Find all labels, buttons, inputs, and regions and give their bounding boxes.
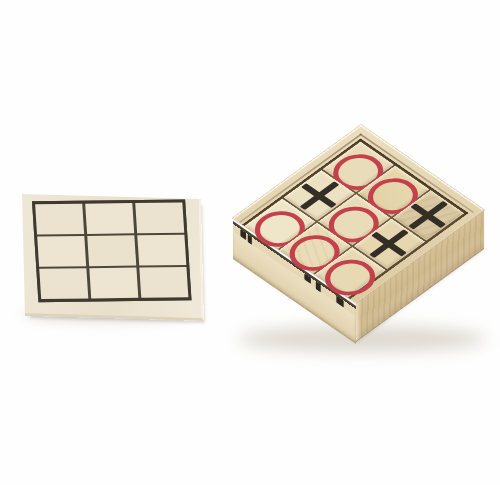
lid-cell-r1c1[interactable]	[87, 236, 136, 267]
cube-side-symbol-fragment	[304, 273, 311, 284]
lid-cell-r2c2[interactable]	[139, 267, 188, 298]
lid-cell-r2c1[interactable]	[89, 268, 138, 299]
lid-cell-r2c0[interactable]	[39, 269, 88, 300]
lid-cell-r0c0[interactable]	[35, 204, 84, 235]
lid-board	[22, 194, 204, 321]
product-photo-canvas	[0, 0, 500, 485]
lid-grid	[32, 199, 192, 302]
lid-cell-r1c0[interactable]	[37, 236, 86, 267]
lid-cell-r0c1[interactable]	[85, 203, 134, 234]
lid-cell-r1c2[interactable]	[137, 235, 186, 266]
lid-cell-r0c2[interactable]	[135, 202, 184, 233]
